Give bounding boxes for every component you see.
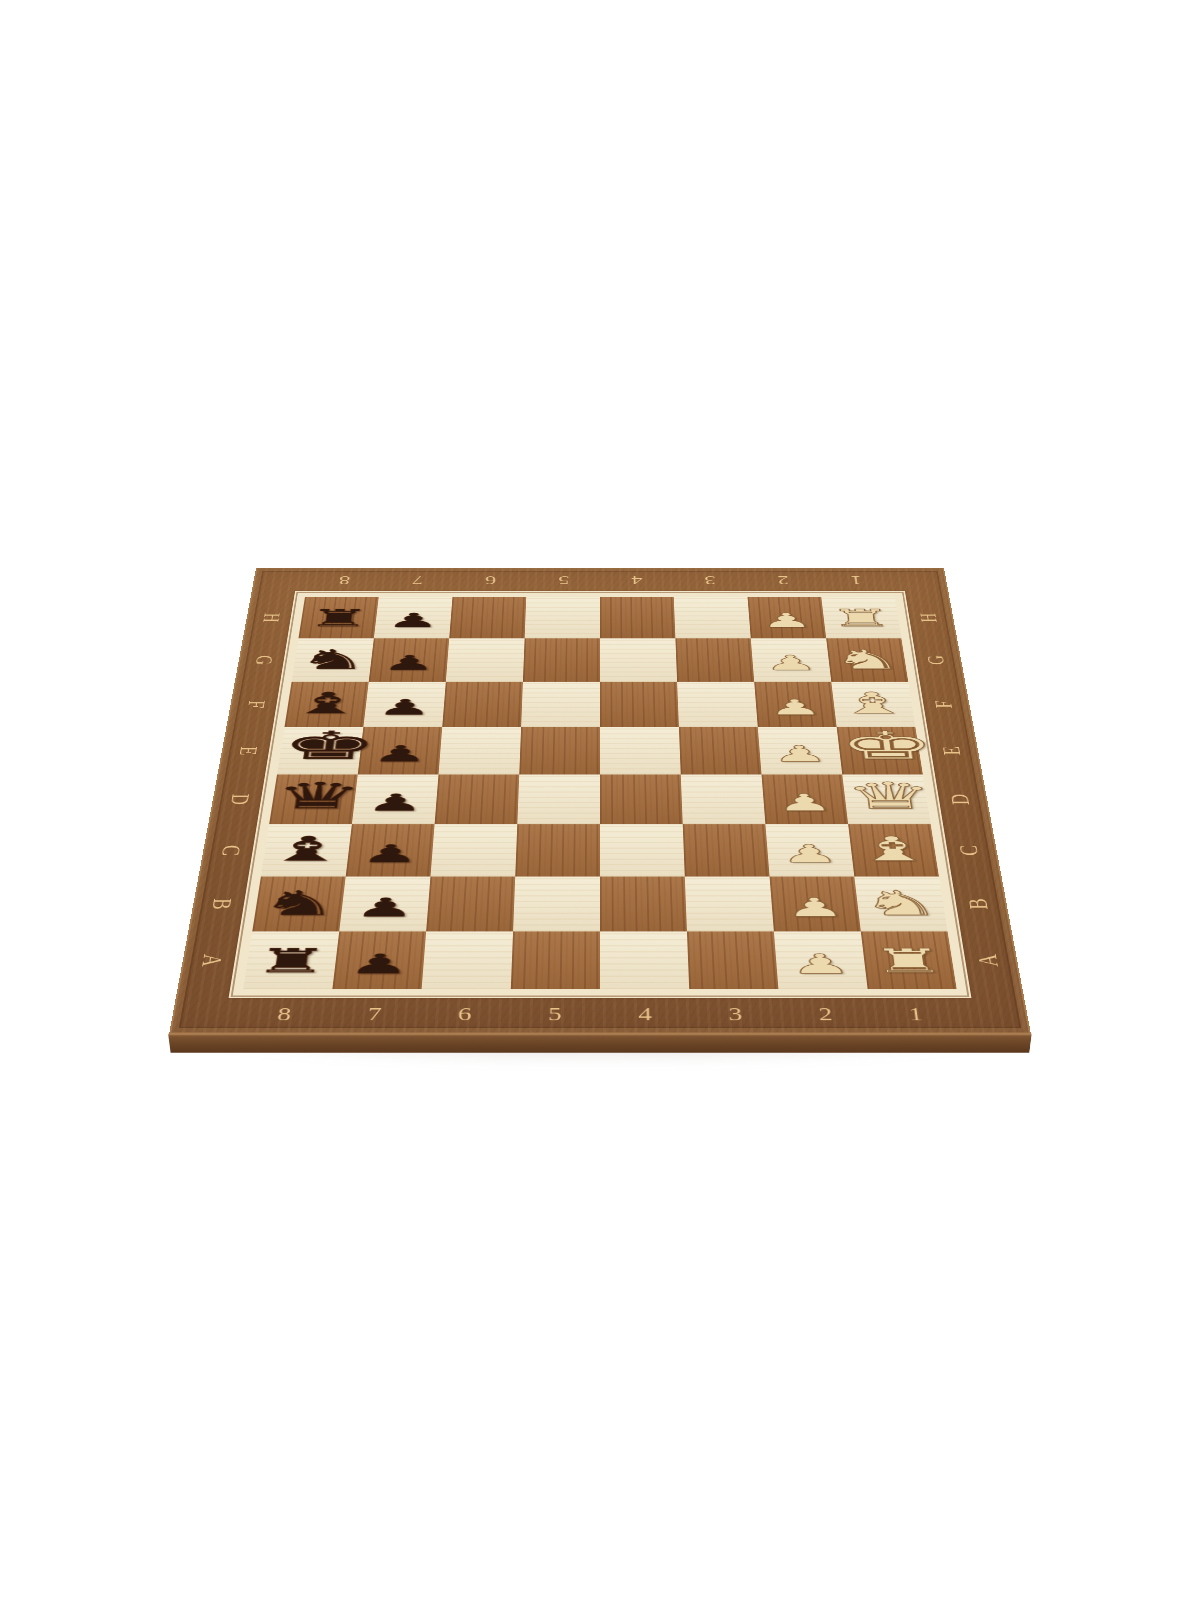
file-label-left-B: B: [200, 891, 244, 916]
square-c8: [261, 824, 352, 876]
square-d1: [842, 775, 931, 825]
file-label-left-G: G: [245, 650, 284, 670]
square-c5: [515, 824, 600, 876]
square-d4: [600, 775, 683, 825]
rank-label-bottom-2: 2: [803, 1000, 848, 1028]
square-a3: [687, 931, 778, 989]
square-b1: [854, 877, 947, 932]
square-d7: [352, 775, 439, 825]
file-label-left-E: E: [228, 740, 269, 762]
rank-label-top-7: 7: [399, 571, 435, 589]
square-a4: [600, 931, 689, 989]
square-a7: [332, 931, 426, 989]
file-label-right-A: A: [965, 947, 1010, 974]
square-c1: [848, 824, 939, 876]
rank-label-top-1: 1: [838, 571, 874, 589]
rank-label-top-5: 5: [546, 571, 580, 589]
square-c6: [430, 824, 517, 876]
product-photo-stage: HGFEDCBAHGFEDCBA8765432187654321 ♜♟♟♜♞♟♟…: [90, 120, 1110, 1480]
square-b5: [513, 877, 600, 932]
board-edge: [168, 1034, 1032, 1053]
square-d2: [762, 775, 849, 825]
perspective-scene: HGFEDCBAHGFEDCBA8765432187654321 ♜♟♟♜♞♟♟…: [90, 120, 1110, 1480]
file-label-left-F: F: [237, 694, 277, 715]
square-d6: [435, 775, 520, 825]
rank-label-bottom-6: 6: [443, 1000, 486, 1028]
rank-label-bottom-4: 4: [624, 1000, 666, 1028]
square-c4: [600, 824, 685, 876]
rank-label-bottom-8: 8: [261, 1000, 307, 1028]
square-c3: [683, 824, 770, 876]
file-label-left-D: D: [219, 788, 261, 811]
square-b4: [600, 877, 687, 932]
square-b8: [252, 877, 345, 932]
square-d5: [517, 775, 600, 825]
file-label-right-E: E: [931, 740, 972, 762]
rank-label-bottom-3: 3: [714, 1000, 757, 1028]
square-a5: [511, 931, 600, 989]
file-label-right-F: F: [923, 694, 963, 715]
rank-label-top-3: 3: [692, 571, 727, 589]
file-label-right-C: C: [947, 838, 990, 862]
square-b7: [339, 877, 430, 932]
file-label-left-H: H: [253, 608, 291, 627]
square-a8: [243, 931, 339, 989]
square-b2: [770, 877, 861, 932]
square-c2: [765, 824, 854, 876]
rank-label-bottom-1: 1: [893, 1000, 939, 1028]
file-label-left-A: A: [190, 947, 235, 974]
file-label-left-C: C: [210, 838, 253, 862]
file-label-right-G: G: [916, 650, 955, 670]
rank-label-top-6: 6: [473, 571, 508, 589]
square-a2: [774, 931, 868, 989]
square-d8: [269, 775, 358, 825]
file-label-right-B: B: [956, 891, 1000, 916]
rank-label-top-8: 8: [326, 571, 362, 589]
square-a1: [861, 931, 957, 989]
square-b6: [426, 877, 515, 932]
square-d3: [681, 775, 766, 825]
file-label-right-D: D: [939, 788, 981, 811]
square-c7: [346, 824, 435, 876]
square-a6: [422, 931, 513, 989]
rank-label-bottom-5: 5: [534, 1000, 576, 1028]
rank-label-bottom-7: 7: [352, 1000, 397, 1028]
rank-label-top-4: 4: [620, 571, 654, 589]
file-label-right-H: H: [909, 608, 947, 627]
chess-board: HGFEDCBAHGFEDCBA8765432187654321 ♜♟♟♜♞♟♟…: [169, 568, 1031, 1034]
square-b3: [685, 877, 774, 932]
rank-label-top-2: 2: [765, 571, 801, 589]
